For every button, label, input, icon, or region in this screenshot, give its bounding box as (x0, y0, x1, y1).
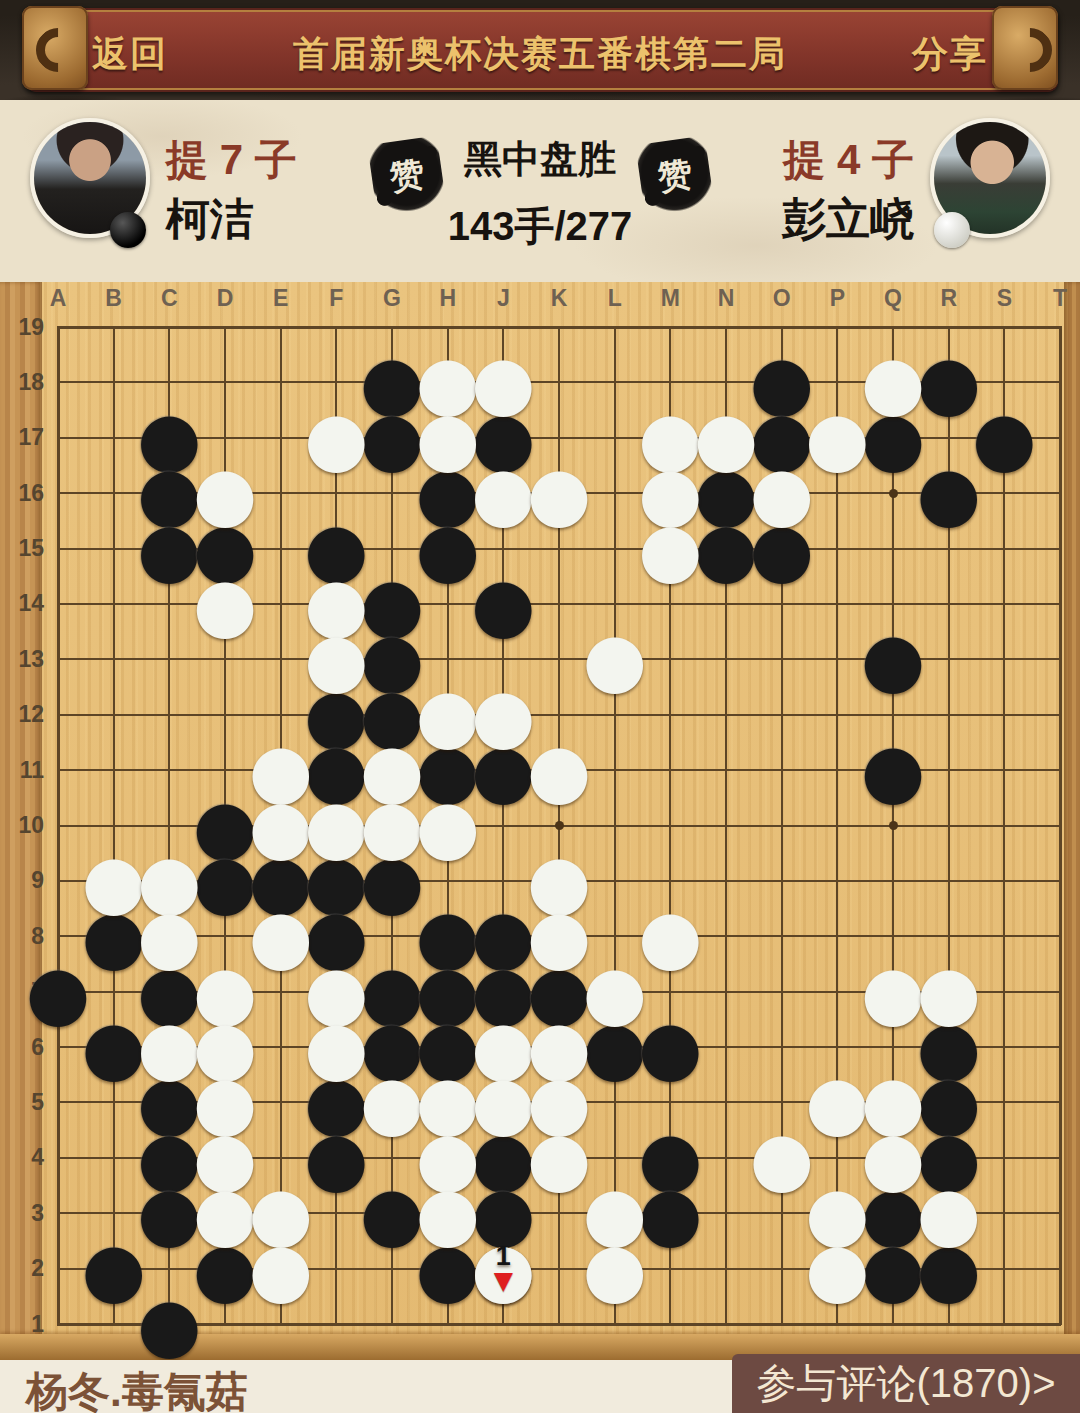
row-label: 2 (2, 1255, 48, 1283)
grid-line-horizontal (57, 1323, 1061, 1326)
black-stone-G3: ● (364, 1185, 420, 1241)
star-point (889, 821, 898, 830)
black-stone-M3: ● (642, 1185, 698, 1241)
black-stone-Q2: ● (865, 1241, 921, 1297)
white-stone-K8: ● (531, 908, 587, 964)
commenter-username: 杨冬.毒氞菇 (26, 1364, 248, 1413)
black-stone-Q13: ● (865, 631, 921, 687)
white-stone-D3: ● (197, 1185, 253, 1241)
white-stone-L7: ● (587, 964, 643, 1020)
white-stone-R3: ● (921, 1185, 977, 1241)
column-label: G (378, 284, 406, 312)
white-stone-Q7: ● (865, 964, 921, 1020)
white-stone-P17: ● (809, 410, 865, 466)
row-label: 8 (2, 922, 48, 950)
white-stone-G10: ● (364, 798, 420, 854)
star-point (889, 489, 898, 498)
white-stone-B9: ● (86, 853, 142, 909)
white-stone-R7: ● (921, 964, 977, 1020)
white-stone-C6: ● (141, 1019, 197, 1075)
column-label: H (434, 284, 462, 312)
white-stone-D16: ● (197, 465, 253, 521)
black-stone-A7: ● (30, 964, 86, 1020)
last-move-marked-stone-J2: ●1▼ (475, 1241, 531, 1297)
column-label: F (322, 284, 350, 312)
black-stone-J14: ● (475, 576, 531, 632)
row-label: 15 (2, 535, 48, 563)
black-stone-badge-icon (110, 212, 146, 248)
column-label: P (823, 284, 851, 312)
white-stone-J12: ● (475, 687, 531, 743)
row-label: 12 (2, 701, 48, 729)
white-stone-K4: ● (531, 1130, 587, 1186)
black-stone-G17: ● (364, 410, 420, 466)
white-stone-C8: ● (141, 908, 197, 964)
white-stone-O4: ● (754, 1130, 810, 1186)
white-stone-N17: ● (698, 410, 754, 466)
white-stone-Q4: ● (865, 1130, 921, 1186)
white-stone-E2: ● (253, 1241, 309, 1297)
black-player-name: 柯洁 (166, 190, 254, 249)
row-label: 18 (2, 368, 48, 396)
row-label: 5 (2, 1088, 48, 1116)
result-block: 黑中盘胜 143手/277 (440, 134, 640, 254)
white-stone-E10: ● (253, 798, 309, 854)
white-stone-K16: ● (531, 465, 587, 521)
black-stone-F4: ● (308, 1130, 364, 1186)
row-label: 14 (2, 590, 48, 618)
white-stone-M8: ● (642, 908, 698, 964)
row-label: 13 (2, 645, 48, 673)
like-stamp-icon-right[interactable]: 赞 (635, 135, 714, 216)
white-stone-H12: ● (420, 687, 476, 743)
white-stone-L13: ● (587, 631, 643, 687)
white-stone-H10: ● (420, 798, 476, 854)
row-label: 16 (2, 479, 48, 507)
column-label: A (44, 284, 72, 312)
white-stone-G5: ● (364, 1074, 420, 1130)
row-label: 17 (2, 424, 48, 452)
black-stone-H15: ● (420, 521, 476, 577)
column-label: K (545, 284, 573, 312)
black-stone-Q11: ● (865, 742, 921, 798)
white-stone-H3: ● (420, 1185, 476, 1241)
white-stone-P2: ● (809, 1241, 865, 1297)
board-grid-layer: ABCDEFGHJKLMNOPQRST191817161514131211109… (0, 282, 1080, 1360)
column-label: J (489, 284, 517, 312)
white-stone-F10: ● (308, 798, 364, 854)
grid-line-vertical (1059, 326, 1062, 1325)
players-strip: 提 7 子 柯洁 赞 黑中盘胜 143手/277 赞 提 4 子 彭立峣 (0, 100, 1080, 282)
black-stone-B2: ● (86, 1241, 142, 1297)
black-stone-B6: ● (86, 1019, 142, 1075)
column-label: L (601, 284, 629, 312)
column-label: B (100, 284, 128, 312)
row-label: 19 (2, 313, 48, 341)
column-label: C (155, 284, 183, 312)
row-label: 4 (2, 1144, 48, 1172)
white-stone-L2: ● (587, 1241, 643, 1297)
share-button[interactable]: 分享 (912, 30, 988, 79)
column-label: T (1046, 284, 1074, 312)
last-move-triangle-icon: ▼ (475, 1268, 531, 1293)
header-bar: 返回 首届新奥杯决赛五番棋第二局 分享 (0, 0, 1080, 100)
white-stone-F6: ● (308, 1019, 364, 1075)
black-captures-label: 提 7 子 (166, 132, 297, 188)
white-stone-badge-icon (934, 212, 970, 248)
column-label: N (712, 284, 740, 312)
row-label: 9 (2, 867, 48, 895)
row-label: 11 (2, 756, 48, 784)
star-point (555, 821, 564, 830)
white-stone-O16: ● (754, 465, 810, 521)
black-stone-C15: ● (141, 521, 197, 577)
black-stone-S17: ● (976, 410, 1032, 466)
app-screen: 返回 首届新奥杯决赛五番棋第二局 分享 提 7 子 柯洁 赞 黑中盘胜 143手… (0, 0, 1080, 1413)
row-label: 1 (2, 1310, 48, 1338)
footer-bar: 杨冬.毒氞菇 参与评论(1870)> (0, 1360, 1080, 1413)
column-label: R (935, 284, 963, 312)
white-stone-E8: ● (253, 908, 309, 964)
black-stone-R18: ● (921, 354, 977, 410)
white-stone-J16: ● (475, 465, 531, 521)
black-stone-R16: ● (921, 465, 977, 521)
white-stone-H17: ● (420, 410, 476, 466)
column-label: O (768, 284, 796, 312)
row-label: 3 (2, 1199, 48, 1227)
join-comments-button[interactable]: 参与评论(1870)> (732, 1354, 1080, 1413)
like-stamp-icon-left[interactable]: 赞 (367, 135, 446, 216)
white-captures-label: 提 4 子 (783, 132, 914, 188)
black-stone-C1: ● (141, 1296, 197, 1352)
white-stone-F13: ● (308, 631, 364, 687)
black-stone-N15: ● (698, 521, 754, 577)
white-stone-J18: ● (475, 354, 531, 410)
result-status: 黑中盘胜 (440, 134, 640, 185)
white-stone-K11: ● (531, 742, 587, 798)
white-player-name: 彭立峣 (782, 190, 914, 249)
column-label: M (656, 284, 684, 312)
white-stone-J5: ● (475, 1074, 531, 1130)
column-label: E (267, 284, 295, 312)
column-label: S (990, 284, 1018, 312)
white-stone-P5: ● (809, 1074, 865, 1130)
white-stone-Q18: ● (865, 354, 921, 410)
white-stone-F17: ● (308, 410, 364, 466)
black-stone-M6: ● (642, 1019, 698, 1075)
white-stone-M15: ● (642, 521, 698, 577)
white-stone-D14: ● (197, 576, 253, 632)
row-label: 6 (2, 1033, 48, 1061)
column-label: D (211, 284, 239, 312)
black-stone-C3: ● (141, 1185, 197, 1241)
go-board[interactable]: ABCDEFGHJKLMNOPQRST191817161514131211109… (0, 282, 1080, 1360)
row-label: 10 (2, 812, 48, 840)
move-counter: 143手/277 (440, 199, 640, 254)
black-stone-D9: ● (197, 853, 253, 909)
column-label: Q (879, 284, 907, 312)
